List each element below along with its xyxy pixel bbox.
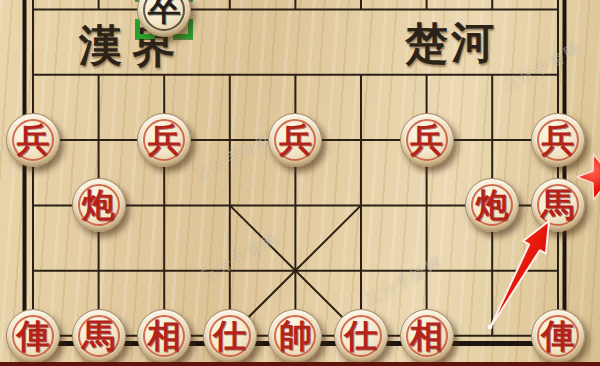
piece-character: 俥 [532,310,584,362]
piece-character: 馬 [73,310,125,362]
piece-character: 相 [138,310,190,362]
piece-character: 帥 [269,310,321,362]
piece-red-horse[interactable]: 馬 [531,178,585,232]
piece-red-cannon[interactable]: 炮 [72,178,126,232]
piece-character: 炮 [73,179,125,231]
piece-character: 馬 [532,179,584,231]
piece-character: 卒 [138,0,190,36]
xiangqi-board[interactable]: 漢 界 楚 河 三分手游网 三分手游网 三分手游网 三分手游网 卒兵兵兵兵兵炮炮… [0,0,600,366]
piece-red-elephant[interactable]: 相 [137,309,191,363]
piece-red-advisor[interactable]: 仕 [203,309,257,363]
river-text-he: 河 [451,21,494,64]
piece-character: 兵 [532,114,584,166]
piece-character: 兵 [401,114,453,166]
piece-character: 仕 [204,310,256,362]
piece-red-chariot[interactable]: 俥 [6,309,60,363]
piece-character: 兵 [7,114,59,166]
piece-character: 相 [401,310,453,362]
river-text-han: 漢 [79,24,122,67]
piece-red-cannon[interactable]: 炮 [465,178,519,232]
piece-red-soldier[interactable]: 兵 [531,113,585,167]
piece-character: 炮 [466,179,518,231]
piece-red-advisor[interactable]: 仕 [334,309,388,363]
bottom-edge-strip [0,362,600,366]
piece-red-chariot[interactable]: 俥 [531,309,585,363]
piece-red-soldier[interactable]: 兵 [268,113,322,167]
piece-red-elephant[interactable]: 相 [400,309,454,363]
piece-character: 兵 [138,114,190,166]
piece-red-soldier[interactable]: 兵 [6,113,60,167]
piece-black-soldier[interactable]: 卒 [137,0,191,37]
piece-red-soldier[interactable]: 兵 [400,113,454,167]
piece-character: 俥 [7,310,59,362]
piece-red-horse[interactable]: 馬 [72,309,126,363]
piece-red-general[interactable]: 帥 [268,309,322,363]
piece-character: 兵 [269,114,321,166]
piece-character: 仕 [335,310,387,362]
river-text-chu: 楚 [405,22,448,65]
piece-red-soldier[interactable]: 兵 [137,113,191,167]
